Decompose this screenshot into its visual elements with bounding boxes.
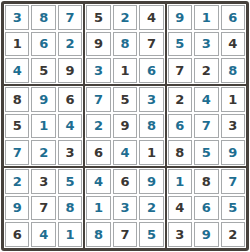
cell-r4c6[interactable]: 3 bbox=[139, 87, 163, 112]
cell-r2c7[interactable]: 5 bbox=[168, 32, 192, 57]
cell-r6c7[interactable]: 8 bbox=[168, 140, 192, 165]
cell-r4c9[interactable]: 1 bbox=[221, 87, 245, 112]
cell-r8c6[interactable]: 2 bbox=[139, 196, 163, 221]
box-9: 187465392 bbox=[167, 168, 246, 248]
cell-r4c7[interactable]: 2 bbox=[168, 87, 192, 112]
cell-r9c9[interactable]: 2 bbox=[221, 222, 245, 247]
cell-r2c4[interactable]: 9 bbox=[86, 32, 110, 57]
cell-r5c4[interactable]: 2 bbox=[86, 114, 110, 139]
cell-r8c8[interactable]: 6 bbox=[194, 196, 218, 221]
box-3: 916534728 bbox=[167, 4, 246, 84]
cell-r7c9[interactable]: 7 bbox=[221, 169, 245, 194]
cell-r9c6[interactable]: 5 bbox=[139, 222, 163, 247]
cell-r9c7[interactable]: 3 bbox=[168, 222, 192, 247]
cell-r6c3[interactable]: 3 bbox=[58, 140, 82, 165]
box-2: 524987316 bbox=[85, 4, 164, 84]
cell-r5c9[interactable]: 3 bbox=[221, 114, 245, 139]
cell-r8c2[interactable]: 7 bbox=[31, 196, 55, 221]
cell-r1c9[interactable]: 6 bbox=[221, 5, 245, 30]
cell-r8c5[interactable]: 3 bbox=[113, 196, 137, 221]
cell-r6c2[interactable]: 2 bbox=[31, 140, 55, 165]
cell-r8c3[interactable]: 8 bbox=[58, 196, 82, 221]
cell-r6c4[interactable]: 6 bbox=[86, 140, 110, 165]
cell-r7c4[interactable]: 4 bbox=[86, 169, 110, 194]
cell-r6c6[interactable]: 1 bbox=[139, 140, 163, 165]
cell-r2c8[interactable]: 3 bbox=[194, 32, 218, 57]
cell-r7c5[interactable]: 6 bbox=[113, 169, 137, 194]
cell-r4c3[interactable]: 6 bbox=[58, 87, 82, 112]
cell-r5c8[interactable]: 7 bbox=[194, 114, 218, 139]
cell-r5c2[interactable]: 1 bbox=[31, 114, 55, 139]
cell-r5c7[interactable]: 6 bbox=[168, 114, 192, 139]
cell-r1c4[interactable]: 5 bbox=[86, 5, 110, 30]
cell-r1c2[interactable]: 8 bbox=[31, 5, 55, 30]
cell-r1c3[interactable]: 7 bbox=[58, 5, 82, 30]
cell-r3c9[interactable]: 8 bbox=[221, 58, 245, 83]
box-7: 235978641 bbox=[4, 168, 83, 248]
cell-r8c1[interactable]: 9 bbox=[5, 196, 29, 221]
cell-r6c8[interactable]: 5 bbox=[194, 140, 218, 165]
cell-r1c7[interactable]: 9 bbox=[168, 5, 192, 30]
cell-r5c5[interactable]: 9 bbox=[113, 114, 137, 139]
cell-r7c7[interactable]: 1 bbox=[168, 169, 192, 194]
cell-r7c6[interactable]: 9 bbox=[139, 169, 163, 194]
cell-r3c8[interactable]: 2 bbox=[194, 58, 218, 83]
cell-r1c5[interactable]: 2 bbox=[113, 5, 137, 30]
cell-r6c5[interactable]: 4 bbox=[113, 140, 137, 165]
cell-r1c6[interactable]: 4 bbox=[139, 5, 163, 30]
cell-r4c1[interactable]: 8 bbox=[5, 87, 29, 112]
cell-r2c6[interactable]: 7 bbox=[139, 32, 163, 57]
cell-r3c5[interactable]: 1 bbox=[113, 58, 137, 83]
cell-r6c9[interactable]: 9 bbox=[221, 140, 245, 165]
cell-r9c1[interactable]: 6 bbox=[5, 222, 29, 247]
cell-r9c8[interactable]: 9 bbox=[194, 222, 218, 247]
cell-r9c2[interactable]: 4 bbox=[31, 222, 55, 247]
cell-r7c3[interactable]: 5 bbox=[58, 169, 82, 194]
cell-r5c6[interactable]: 8 bbox=[139, 114, 163, 139]
sudoku-app: 3871624595249873169165347288965147237532… bbox=[0, 0, 250, 252]
cell-r7c1[interactable]: 2 bbox=[5, 169, 29, 194]
cell-r4c4[interactable]: 7 bbox=[86, 87, 110, 112]
cell-r9c4[interactable]: 8 bbox=[86, 222, 110, 247]
cell-r5c3[interactable]: 4 bbox=[58, 114, 82, 139]
cell-r9c3[interactable]: 1 bbox=[58, 222, 82, 247]
cell-r4c2[interactable]: 9 bbox=[31, 87, 55, 112]
cell-r8c7[interactable]: 4 bbox=[168, 196, 192, 221]
cell-r8c4[interactable]: 1 bbox=[86, 196, 110, 221]
cell-r3c1[interactable]: 4 bbox=[5, 58, 29, 83]
cell-r2c5[interactable]: 8 bbox=[113, 32, 137, 57]
cell-r4c8[interactable]: 4 bbox=[194, 87, 218, 112]
cell-r3c7[interactable]: 7 bbox=[168, 58, 192, 83]
box-6: 241673859 bbox=[167, 86, 246, 166]
cell-r1c1[interactable]: 3 bbox=[5, 5, 29, 30]
cell-r4c5[interactable]: 5 bbox=[113, 87, 137, 112]
box-1: 387162459 bbox=[4, 4, 83, 84]
cell-r2c3[interactable]: 2 bbox=[58, 32, 82, 57]
cell-r3c4[interactable]: 3 bbox=[86, 58, 110, 83]
cell-r7c2[interactable]: 3 bbox=[31, 169, 55, 194]
cell-r2c2[interactable]: 6 bbox=[31, 32, 55, 57]
cell-r1c8[interactable]: 1 bbox=[194, 5, 218, 30]
cell-r8c9[interactable]: 5 bbox=[221, 196, 245, 221]
cell-r5c1[interactable]: 5 bbox=[5, 114, 29, 139]
cell-r2c1[interactable]: 1 bbox=[5, 32, 29, 57]
cell-r6c1[interactable]: 7 bbox=[5, 140, 29, 165]
cell-r7c8[interactable]: 8 bbox=[194, 169, 218, 194]
cell-r3c3[interactable]: 9 bbox=[58, 58, 82, 83]
cell-r9c5[interactable]: 7 bbox=[113, 222, 137, 247]
cell-r3c6[interactable]: 6 bbox=[139, 58, 163, 83]
box-4: 896514723 bbox=[4, 86, 83, 166]
box-8: 469132875 bbox=[85, 168, 164, 248]
cell-r2c9[interactable]: 4 bbox=[221, 32, 245, 57]
cell-r3c2[interactable]: 5 bbox=[31, 58, 55, 83]
sudoku-board: 3871624595249873169165347288965147237532… bbox=[1, 1, 249, 251]
box-5: 753298641 bbox=[85, 86, 164, 166]
